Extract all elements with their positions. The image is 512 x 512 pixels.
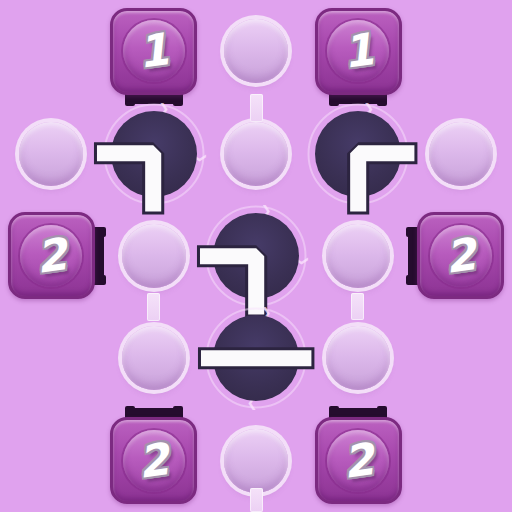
pipe-glyph-elbow-left-down — [102, 102, 204, 204]
cell-r2c4: 2 — [410, 205, 512, 307]
clue-tile: 2 — [307, 410, 409, 512]
pipe-glyph-straight-horizontal — [205, 307, 307, 409]
cell-r3c4 — [410, 307, 512, 409]
tile-circle: 2 — [123, 430, 185, 492]
cell-r0c3: 1 — [307, 0, 409, 102]
pipe-piece-elbow-left-down[interactable]: ❯❯❯ — [205, 205, 307, 307]
cell-r0c2 — [205, 0, 307, 102]
connector-bar — [250, 488, 263, 512]
socket-dot — [122, 326, 186, 390]
clue-number: 1 — [340, 27, 376, 75]
socket-dot — [224, 19, 288, 83]
socket-dot — [224, 122, 288, 186]
clue-tile: 2 — [0, 205, 102, 307]
socket-dot — [326, 224, 390, 288]
tile-body: 2 — [8, 212, 95, 299]
cell-r4c0 — [0, 410, 102, 512]
tile-circle: 2 — [327, 430, 389, 492]
tile-circle: 2 — [430, 225, 492, 287]
pipe-piece-elbow-left-down[interactable]: ❯❯❯ — [102, 102, 204, 204]
cell-r0c0 — [0, 0, 102, 102]
cell-r1c1: ❯❯❯ — [102, 102, 204, 204]
tile-circle: 1 — [123, 20, 185, 82]
board: 11❯❯❯❯❯❯2❯❯❯2❯❯❯22 — [0, 0, 512, 512]
cell-r1c3: ❯❯❯ — [307, 102, 409, 204]
pipe-glyph-elbow-left-down — [205, 205, 307, 307]
socket-dot — [224, 429, 288, 493]
clue-number: 2 — [340, 437, 376, 485]
socket-dot — [326, 326, 390, 390]
tile-body: 1 — [110, 8, 197, 95]
clue-tile: 1 — [307, 0, 409, 102]
clue-number: 1 — [135, 27, 171, 75]
tile-body: 2 — [417, 212, 504, 299]
clue-number: 2 — [135, 437, 171, 485]
connector-bar — [147, 293, 160, 321]
socket-dot — [429, 122, 493, 186]
cell-r1c0 — [0, 102, 102, 204]
tile-circle: 2 — [20, 225, 82, 287]
tile-body: 2 — [110, 417, 197, 504]
socket-dot — [122, 224, 186, 288]
pipe-glyph-elbow-right-down — [307, 102, 409, 204]
cell-r3c2: ❯❯❯ — [205, 307, 307, 409]
cell-r1c4 — [410, 102, 512, 204]
clue-number: 2 — [33, 232, 69, 280]
clue-tile: 2 — [102, 410, 204, 512]
tile-body: 2 — [315, 417, 402, 504]
cell-r0c1: 1 — [102, 0, 204, 102]
pipe-piece-straight-horizontal[interactable]: ❯❯❯ — [205, 307, 307, 409]
cell-r4c3: 2 — [307, 410, 409, 512]
cell-r4c4 — [410, 410, 512, 512]
clue-tile: 2 — [410, 205, 512, 307]
cell-r2c1 — [102, 205, 204, 307]
cell-r2c3 — [307, 205, 409, 307]
cell-r2c0: 2 — [0, 205, 102, 307]
tile-body: 1 — [315, 8, 402, 95]
tile-circle: 1 — [327, 20, 389, 82]
cell-r2c2: ❯❯❯ — [205, 205, 307, 307]
cell-r3c0 — [0, 307, 102, 409]
cell-r0c4 — [410, 0, 512, 102]
cell-r4c1: 2 — [102, 410, 204, 512]
clue-number: 2 — [443, 232, 479, 280]
connector-bar — [250, 94, 263, 122]
cell-r3c3 — [307, 307, 409, 409]
clue-tile: 1 — [102, 0, 204, 102]
cell-r3c1 — [102, 307, 204, 409]
connector-bar — [351, 293, 364, 320]
socket-dot — [19, 122, 83, 186]
pipe-piece-elbow-right-down[interactable]: ❯❯❯ — [307, 102, 409, 204]
